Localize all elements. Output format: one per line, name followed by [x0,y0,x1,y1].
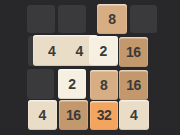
empty-cell-r1c1 [27,5,55,34]
tile-8-row3: 8 [90,70,119,100]
tile-16-row3: 16 [119,70,148,100]
empty-cell-r1c4 [130,5,157,34]
tile-4-row4: 4 [28,100,58,130]
tile-16-row2: 16 [119,37,149,67]
tile-4-row4-c4: 4 [119,100,149,130]
tile-16-row4: 16 [59,100,88,130]
board-2048[interactable]: 8 44 2 16 2 8 16 4 16 32 4 [0,0,180,135]
tile-8-row1: 8 [97,4,127,34]
empty-cell-r1c2 [58,5,86,34]
empty-cell-r3c1 [27,69,54,99]
tile-32-row4: 32 [90,101,118,131]
tile-2-row2: 2 [89,36,118,66]
tile-2-row3: 2 [58,69,86,99]
game-screen: 8 44 2 16 2 8 16 4 16 32 4 [0,0,180,135]
